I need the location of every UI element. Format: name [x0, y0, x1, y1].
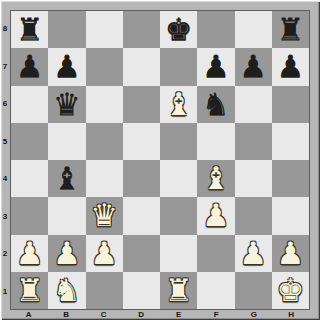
- square-a5[interactable]: [11, 123, 48, 160]
- black-pawn-b7[interactable]: ♟: [53, 48, 81, 85]
- square-h2[interactable]: ♟: [272, 235, 309, 272]
- file-label-g: G: [235, 310, 273, 320]
- square-b1[interactable]: ♞: [48, 272, 85, 309]
- square-h8[interactable]: ♜: [272, 11, 309, 48]
- square-g2[interactable]: ♟: [235, 235, 272, 272]
- square-c3[interactable]: ♛: [86, 197, 123, 234]
- black-bishop-b4[interactable]: ♝: [53, 160, 81, 197]
- white-pawn-b2[interactable]: ♟: [53, 235, 81, 272]
- black-rook-a8[interactable]: ♜: [16, 11, 44, 48]
- square-g4[interactable]: [235, 160, 272, 197]
- square-a7[interactable]: ♟: [11, 48, 48, 85]
- square-a8[interactable]: ♜: [11, 11, 48, 48]
- square-f7[interactable]: ♟: [197, 48, 234, 85]
- square-b7[interactable]: ♟: [48, 48, 85, 85]
- white-queen-c3[interactable]: ♛: [90, 197, 118, 234]
- square-e8[interactable]: ♚: [160, 11, 197, 48]
- black-king-e8[interactable]: ♚: [165, 11, 193, 48]
- file-label-b: B: [48, 310, 86, 320]
- black-pawn-a7[interactable]: ♟: [16, 48, 44, 85]
- file-labels: ABCDEFGH: [10, 310, 310, 320]
- black-knight-f6[interactable]: ♞: [202, 86, 230, 123]
- square-h1[interactable]: ♚: [272, 272, 309, 309]
- rank-label-6: 6: [0, 85, 10, 123]
- white-knight-b1[interactable]: ♞: [53, 272, 81, 309]
- square-f5[interactable]: [197, 123, 234, 160]
- file-label-c: C: [85, 310, 123, 320]
- black-pawn-h7[interactable]: ♟: [276, 48, 304, 85]
- white-pawn-f3[interactable]: ♟: [202, 197, 230, 234]
- white-rook-a1[interactable]: ♜: [16, 272, 44, 309]
- square-a1[interactable]: ♜: [11, 272, 48, 309]
- square-a4[interactable]: [11, 160, 48, 197]
- square-d3[interactable]: [123, 197, 160, 234]
- rank-label-1: 1: [0, 273, 10, 311]
- square-d6[interactable]: [123, 86, 160, 123]
- white-pawn-c2[interactable]: ♟: [90, 235, 118, 272]
- square-d4[interactable]: [123, 160, 160, 197]
- white-king-h1[interactable]: ♚: [276, 272, 304, 309]
- file-label-a: A: [10, 310, 48, 320]
- square-b5[interactable]: [48, 123, 85, 160]
- square-d7[interactable]: [123, 48, 160, 85]
- file-label-h: H: [273, 310, 311, 320]
- black-queen-b6[interactable]: ♛: [53, 86, 81, 123]
- square-f3[interactable]: ♟: [197, 197, 234, 234]
- white-bishop-e6[interactable]: ♝: [165, 86, 193, 123]
- rank-label-4: 4: [0, 160, 10, 198]
- rank-label-5: 5: [0, 123, 10, 161]
- square-f2[interactable]: [197, 235, 234, 272]
- rank-label-3: 3: [0, 198, 10, 236]
- square-c7[interactable]: [86, 48, 123, 85]
- square-c4[interactable]: [86, 160, 123, 197]
- square-g8[interactable]: [235, 11, 272, 48]
- square-c8[interactable]: [86, 11, 123, 48]
- square-c6[interactable]: [86, 86, 123, 123]
- square-e7[interactable]: [160, 48, 197, 85]
- file-label-d: D: [123, 310, 161, 320]
- square-g1[interactable]: [235, 272, 272, 309]
- square-g7[interactable]: ♟: [235, 48, 272, 85]
- black-rook-h8[interactable]: ♜: [276, 11, 304, 48]
- square-b3[interactable]: [48, 197, 85, 234]
- square-c1[interactable]: [86, 272, 123, 309]
- square-e5[interactable]: [160, 123, 197, 160]
- square-e3[interactable]: [160, 197, 197, 234]
- square-h5[interactable]: [272, 123, 309, 160]
- square-f4[interactable]: ♝: [197, 160, 234, 197]
- square-a2[interactable]: ♟: [11, 235, 48, 272]
- square-e2[interactable]: [160, 235, 197, 272]
- square-f6[interactable]: ♞: [197, 86, 234, 123]
- square-a3[interactable]: [11, 197, 48, 234]
- rank-labels: 87654321: [0, 10, 10, 310]
- square-f8[interactable]: [197, 11, 234, 48]
- square-d5[interactable]: [123, 123, 160, 160]
- square-a6[interactable]: [11, 86, 48, 123]
- square-b4[interactable]: ♝: [48, 160, 85, 197]
- square-c2[interactable]: ♟: [86, 235, 123, 272]
- black-pawn-g7[interactable]: ♟: [239, 48, 267, 85]
- square-h6[interactable]: [272, 86, 309, 123]
- square-h7[interactable]: ♟: [272, 48, 309, 85]
- square-d2[interactable]: [123, 235, 160, 272]
- square-d1[interactable]: [123, 272, 160, 309]
- file-label-e: E: [160, 310, 198, 320]
- square-h4[interactable]: [272, 160, 309, 197]
- white-rook-e1[interactable]: ♜: [165, 272, 193, 309]
- square-g5[interactable]: [235, 123, 272, 160]
- white-bishop-f4[interactable]: ♝: [202, 160, 230, 197]
- rank-label-8: 8: [0, 10, 10, 48]
- file-label-f: F: [198, 310, 236, 320]
- square-e1[interactable]: ♜: [160, 272, 197, 309]
- rank-label-2: 2: [0, 235, 10, 273]
- square-b6[interactable]: ♛: [48, 86, 85, 123]
- white-pawn-g2[interactable]: ♟: [239, 235, 267, 272]
- square-e6[interactable]: ♝: [160, 86, 197, 123]
- square-g3[interactable]: [235, 197, 272, 234]
- white-pawn-a2[interactable]: ♟: [16, 235, 44, 272]
- square-e4[interactable]: [160, 160, 197, 197]
- square-f1[interactable]: [197, 272, 234, 309]
- white-pawn-h2[interactable]: ♟: [276, 235, 304, 272]
- square-h3[interactable]: [272, 197, 309, 234]
- square-d8[interactable]: [123, 11, 160, 48]
- square-b8[interactable]: [48, 11, 85, 48]
- chess-diagram: 87654321 ♜♚♜♟♟♟♟♟♛♝♞♝♝♛♟♟♟♟♟♟♜♞♜♚ ABCDEF…: [0, 0, 320, 320]
- square-c5[interactable]: [86, 123, 123, 160]
- rank-label-7: 7: [0, 48, 10, 86]
- square-g6[interactable]: [235, 86, 272, 123]
- chess-board: ♜♚♜♟♟♟♟♟♛♝♞♝♝♛♟♟♟♟♟♟♜♞♜♚: [10, 10, 310, 310]
- black-pawn-f7[interactable]: ♟: [202, 48, 230, 85]
- square-b2[interactable]: ♟: [48, 235, 85, 272]
